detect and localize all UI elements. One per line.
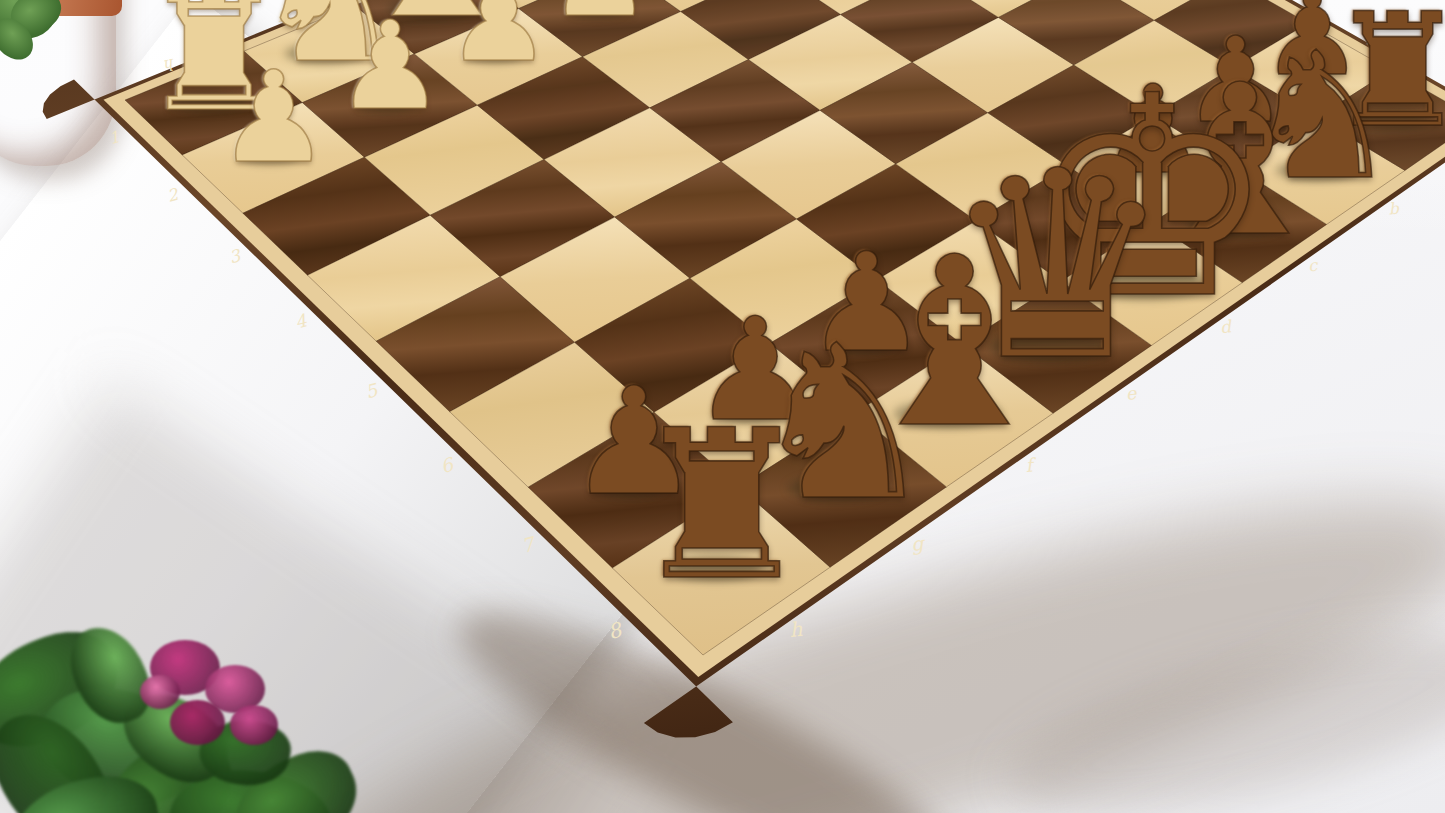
photo-scene: 12345678hgfedcbahgf678 ♝♟♞♟♟♜♟♟♜♟♟♞♝♚♟♛♟… — [0, 0, 1445, 813]
rank-label-4: 4 — [293, 310, 310, 332]
rank-label-8: 8 — [605, 617, 626, 644]
file-label-d: d — [1219, 316, 1233, 337]
file-label-e: e — [1125, 383, 1139, 404]
rank-label-3: 3 — [227, 245, 244, 267]
file-label-g: g — [910, 532, 927, 556]
rank-label-6: 6 — [438, 453, 457, 477]
file-label-f: f — [1024, 454, 1038, 476]
board-svg: 12345678hgfedcbahgf678 — [0, 0, 1445, 813]
file-label-c: c — [1307, 255, 1320, 275]
rank-label-2: 2 — [165, 184, 182, 205]
chess-board: 12345678hgfedcbahgf678 ♝♟♞♟♟♜♟♟♜♟♟♞♝♚♟♛♟… — [0, 0, 1445, 813]
file-label-b: b — [1388, 199, 1401, 218]
file-label-h: h — [788, 618, 803, 642]
rank-label-1: 1 — [107, 127, 122, 148]
rank-label-7: 7 — [519, 532, 539, 558]
rank-label-5: 5 — [363, 379, 381, 403]
